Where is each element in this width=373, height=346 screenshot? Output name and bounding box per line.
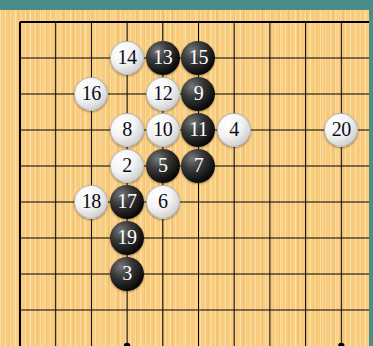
stone-number: 20 [332,119,351,139]
stone-7-black-F15: 7 [181,149,215,183]
stone-number: 7 [194,155,204,175]
stone-number: 9 [194,83,204,103]
stone-17-black-D14: 17 [110,185,144,219]
stone-2-white-D15: 2 [110,149,144,183]
stone-number: 5 [158,155,168,175]
stone-18-white-C14: 18 [74,185,108,219]
right-teal-strip [369,0,373,346]
stone-12-white-E17: 12 [146,77,180,111]
stone-11-black-F16: 11 [181,113,215,147]
stone-15-black-F18: 15 [181,41,215,75]
go-board[interactable]: 234567891011121314151617181920 [2,4,359,346]
stone-number: 13 [153,47,172,67]
top-teal-bar [0,0,373,10]
stone-6-white-E14: 6 [146,185,180,219]
stone-8-white-D16: 8 [110,113,144,147]
stone-number: 18 [82,191,101,211]
stone-number: 19 [118,227,137,247]
stone-number: 4 [229,119,239,139]
stone-4-white-G16: 4 [217,113,251,147]
stone-number: 12 [153,83,172,103]
stone-number: 10 [153,119,172,139]
stone-14-white-D18: 14 [110,41,144,75]
stone-number: 3 [122,263,132,283]
stone-number: 15 [189,47,208,67]
stone-9-black-F17: 9 [181,77,215,111]
stone-number: 17 [118,191,137,211]
stone-13-black-E18: 13 [146,41,180,75]
stone-number: 11 [189,119,207,139]
stone-16-white-C17: 16 [74,77,108,111]
go-diagram-screen: 234567891011121314151617181920 [0,0,373,346]
stone-10-white-E16: 10 [146,113,180,147]
stone-3-black-D12: 3 [110,257,144,291]
stone-number: 8 [122,119,132,139]
stone-number: 14 [118,47,137,67]
stone-19-black-D13: 19 [110,221,144,255]
stone-20-white-K16: 20 [324,113,358,147]
stone-number: 6 [158,191,168,211]
stone-number: 2 [122,155,132,175]
stone-5-black-E15: 5 [146,149,180,183]
stone-number: 16 [82,83,101,103]
